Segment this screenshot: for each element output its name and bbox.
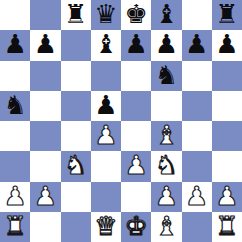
piece-white-bishop: ♝ [155, 213, 178, 239]
piece-black-pawn: ♟ [155, 31, 178, 57]
square-c6[interactable] [61, 61, 91, 91]
piece-white-pawn: ♟ [155, 183, 178, 209]
square-a2[interactable]: ♟ [0, 182, 30, 212]
square-d6[interactable] [91, 61, 121, 91]
square-h6[interactable] [212, 61, 242, 91]
piece-black-king: ♚ [124, 1, 147, 27]
square-b4[interactable] [30, 121, 60, 151]
piece-white-rook: ♜ [3, 213, 26, 239]
square-e7[interactable]: ♟ [121, 30, 151, 60]
square-d5[interactable]: ♟ [91, 91, 121, 121]
piece-white-rook: ♜ [215, 213, 238, 239]
square-d7[interactable]: ♝ [91, 30, 121, 60]
square-c3[interactable]: ♞ [61, 151, 91, 181]
square-a3[interactable] [0, 151, 30, 181]
square-g4[interactable] [182, 121, 212, 151]
piece-white-pawn: ♟ [34, 183, 57, 209]
piece-white-pawn: ♟ [94, 122, 117, 148]
piece-white-knight: ♞ [155, 152, 178, 178]
piece-black-rook: ♜ [64, 1, 87, 27]
square-e3[interactable]: ♟ [121, 151, 151, 181]
piece-black-knight: ♞ [3, 92, 26, 118]
square-f6[interactable]: ♞ [151, 61, 181, 91]
piece-black-pawn: ♟ [185, 31, 208, 57]
chess-board-container: ♜♛♚♝♜♟♟♝♟♟♟♟♞♞♟♟♝♞♟♞♟♟♟♟♟♜♛♚♝♜ [0, 0, 242, 242]
square-c5[interactable] [61, 91, 91, 121]
square-f5[interactable] [151, 91, 181, 121]
piece-white-king: ♚ [124, 213, 147, 239]
square-b1[interactable] [30, 212, 60, 242]
square-e1[interactable]: ♚ [121, 212, 151, 242]
square-f3[interactable]: ♞ [151, 151, 181, 181]
square-h5[interactable] [212, 91, 242, 121]
square-a6[interactable] [0, 61, 30, 91]
square-f7[interactable]: ♟ [151, 30, 181, 60]
square-c7[interactable] [61, 30, 91, 60]
square-a4[interactable] [0, 121, 30, 151]
square-a7[interactable]: ♟ [0, 30, 30, 60]
square-c2[interactable] [61, 182, 91, 212]
square-c1[interactable] [61, 212, 91, 242]
square-f4[interactable]: ♝ [151, 121, 181, 151]
square-e8[interactable]: ♚ [121, 0, 151, 30]
piece-white-knight: ♞ [64, 152, 87, 178]
square-h2[interactable]: ♟ [212, 182, 242, 212]
square-g7[interactable]: ♟ [182, 30, 212, 60]
piece-black-queen: ♛ [94, 1, 117, 27]
square-b6[interactable] [30, 61, 60, 91]
square-d1[interactable]: ♛ [91, 212, 121, 242]
piece-black-bishop: ♝ [94, 31, 117, 57]
piece-black-pawn: ♟ [34, 31, 57, 57]
square-a8[interactable] [0, 0, 30, 30]
piece-white-pawn: ♟ [3, 183, 26, 209]
square-f8[interactable]: ♝ [151, 0, 181, 30]
square-h4[interactable] [212, 121, 242, 151]
square-g2[interactable]: ♟ [182, 182, 212, 212]
square-h8[interactable]: ♜ [212, 0, 242, 30]
piece-white-pawn: ♟ [215, 183, 238, 209]
piece-black-knight: ♞ [155, 62, 178, 88]
square-g1[interactable] [182, 212, 212, 242]
square-c4[interactable] [61, 121, 91, 151]
square-g3[interactable] [182, 151, 212, 181]
square-d8[interactable]: ♛ [91, 0, 121, 30]
square-b8[interactable] [30, 0, 60, 30]
square-b5[interactable] [30, 91, 60, 121]
square-f2[interactable]: ♟ [151, 182, 181, 212]
square-b7[interactable]: ♟ [30, 30, 60, 60]
square-e6[interactable] [121, 61, 151, 91]
square-g5[interactable] [182, 91, 212, 121]
square-a1[interactable]: ♜ [0, 212, 30, 242]
square-h7[interactable]: ♟ [212, 30, 242, 60]
chess-board: ♜♛♚♝♜♟♟♝♟♟♟♟♞♞♟♟♝♞♟♞♟♟♟♟♟♜♛♚♝♜ [0, 0, 242, 242]
piece-white-pawn: ♟ [124, 152, 147, 178]
square-e2[interactable] [121, 182, 151, 212]
piece-white-queen: ♛ [94, 213, 117, 239]
piece-black-pawn: ♟ [3, 31, 26, 57]
square-e4[interactable] [121, 121, 151, 151]
square-b3[interactable] [30, 151, 60, 181]
square-d4[interactable]: ♟ [91, 121, 121, 151]
square-e5[interactable] [121, 91, 151, 121]
square-d3[interactable] [91, 151, 121, 181]
square-g8[interactable] [182, 0, 212, 30]
piece-white-pawn: ♟ [185, 183, 208, 209]
piece-black-pawn: ♟ [94, 92, 117, 118]
square-f1[interactable]: ♝ [151, 212, 181, 242]
square-a5[interactable]: ♞ [0, 91, 30, 121]
square-d2[interactable] [91, 182, 121, 212]
square-b2[interactable]: ♟ [30, 182, 60, 212]
piece-black-bishop: ♝ [155, 1, 178, 27]
piece-black-rook: ♜ [215, 1, 238, 27]
piece-white-bishop: ♝ [155, 122, 178, 148]
square-g6[interactable] [182, 61, 212, 91]
piece-black-pawn: ♟ [215, 31, 238, 57]
square-h3[interactable] [212, 151, 242, 181]
piece-black-pawn: ♟ [124, 31, 147, 57]
square-h1[interactable]: ♜ [212, 212, 242, 242]
square-c8[interactable]: ♜ [61, 0, 91, 30]
